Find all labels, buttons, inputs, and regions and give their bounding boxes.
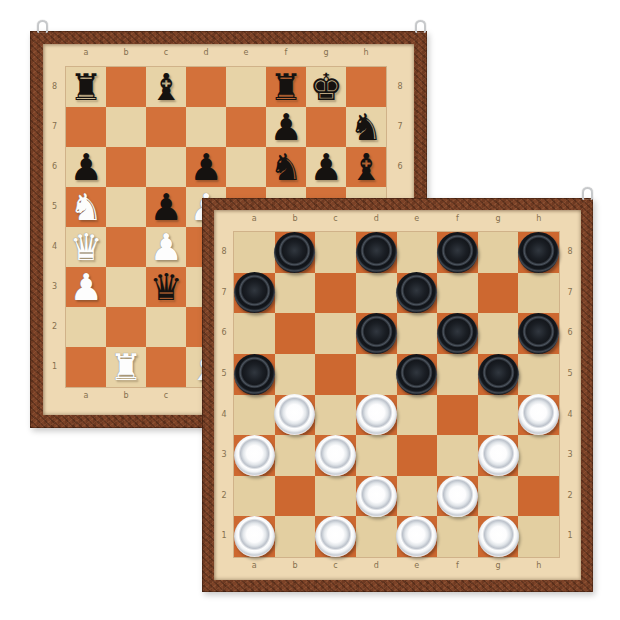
checker-black-man-h6[interactable] bbox=[518, 313, 559, 354]
checkers-file-label-bottom-f: f bbox=[437, 561, 478, 570]
chess-square-e6[interactable] bbox=[226, 147, 266, 187]
checkers-file-label-top-f: f bbox=[437, 214, 478, 223]
checkers-square-b1[interactable] bbox=[275, 516, 316, 557]
chess-square-g7[interactable] bbox=[306, 107, 346, 147]
chess-rank-label-left-2: 2 bbox=[43, 307, 66, 347]
chess-rank-label-left-6: 6 bbox=[43, 147, 66, 187]
chess-piece-black-pawn-g6[interactable]: ♟ bbox=[306, 147, 346, 187]
checkers-square-c4[interactable] bbox=[315, 395, 356, 436]
checker-black-man-g5[interactable] bbox=[478, 354, 519, 395]
checker-black-man-e5[interactable] bbox=[396, 354, 437, 395]
chess-square-c6[interactable] bbox=[146, 147, 186, 187]
checker-white-man-d4[interactable] bbox=[356, 394, 397, 435]
chess-rank-label-right-8: 8 bbox=[386, 67, 414, 107]
chess-file-label-top-g: g bbox=[306, 48, 346, 57]
chess-file-label-top-a: a bbox=[66, 48, 106, 57]
checker-black-man-a5[interactable] bbox=[234, 354, 275, 395]
checkers-square-a4[interactable] bbox=[234, 395, 275, 436]
checkers-square-b7[interactable] bbox=[275, 273, 316, 314]
checkers-square-c2[interactable] bbox=[315, 476, 356, 517]
chess-piece-white-pawn-a3[interactable]: ♟ bbox=[66, 267, 106, 307]
checkers-square-b5[interactable] bbox=[275, 354, 316, 395]
checker-black-man-f6[interactable] bbox=[437, 313, 478, 354]
chess-square-c2[interactable] bbox=[146, 307, 186, 347]
chess-piece-black-rook-a8[interactable]: ♜ bbox=[66, 67, 106, 107]
checkers-square-b3[interactable] bbox=[275, 435, 316, 476]
chess-rank-label-left-5: 5 bbox=[43, 187, 66, 227]
checkers-rank-label-right-2: 2 bbox=[559, 476, 581, 517]
checkers-square-h2[interactable] bbox=[518, 476, 559, 517]
checkers-square-b6[interactable] bbox=[275, 313, 316, 354]
checker-white-man-c1[interactable] bbox=[315, 516, 356, 557]
checkers-square-f7[interactable] bbox=[437, 273, 478, 314]
checkers-square-d5[interactable] bbox=[356, 354, 397, 395]
checker-white-man-g1[interactable] bbox=[478, 516, 519, 557]
checkers-file-label-bottom-c: c bbox=[315, 561, 356, 570]
hanger-hook-icon bbox=[415, 20, 426, 33]
checker-black-man-d6[interactable] bbox=[356, 313, 397, 354]
chess-piece-black-pawn-a6[interactable]: ♟ bbox=[66, 147, 106, 187]
checkers-square-e8[interactable] bbox=[397, 232, 438, 273]
checker-white-man-a1[interactable] bbox=[234, 516, 275, 557]
checkers-square-a6[interactable] bbox=[234, 313, 275, 354]
chess-piece-white-knight-a5[interactable]: ♞ bbox=[66, 187, 106, 227]
checker-white-man-a3[interactable] bbox=[234, 435, 275, 476]
checkers-rank-label-right-5: 5 bbox=[559, 354, 581, 395]
chess-rank-label-left-3: 3 bbox=[43, 267, 66, 307]
chess-piece-black-bishop-h6[interactable]: ♝ bbox=[346, 147, 386, 187]
chess-file-label-top-b: b bbox=[106, 48, 146, 57]
checker-white-man-g3[interactable] bbox=[478, 435, 519, 476]
checkers-square-d3[interactable] bbox=[356, 435, 397, 476]
checkers-square-f4[interactable] bbox=[437, 395, 478, 436]
chess-square-b8[interactable] bbox=[106, 67, 146, 107]
checkers-square-g6[interactable] bbox=[478, 313, 519, 354]
checkers-rank-label-left-1: 1 bbox=[214, 516, 234, 557]
checkers-square-h7[interactable] bbox=[518, 273, 559, 314]
checker-black-man-d8[interactable] bbox=[356, 232, 397, 273]
chess-piece-black-pawn-c5[interactable]: ♟ bbox=[146, 187, 186, 227]
hanger-hook-icon bbox=[37, 20, 48, 33]
checkers-rank-label-left-6: 6 bbox=[214, 313, 234, 354]
chess-piece-black-pawn-d6[interactable]: ♟ bbox=[186, 147, 226, 187]
chess-square-b2[interactable] bbox=[106, 307, 146, 347]
chess-square-b5[interactable] bbox=[106, 187, 146, 227]
checkers-square-d1[interactable] bbox=[356, 516, 397, 557]
checkers-rank-label-left-2: 2 bbox=[214, 476, 234, 517]
checkers-square-e3[interactable] bbox=[397, 435, 438, 476]
checkers-square-g2[interactable] bbox=[478, 476, 519, 517]
chess-square-b6[interactable] bbox=[106, 147, 146, 187]
checker-black-man-f8[interactable] bbox=[437, 232, 478, 273]
checkers-square-c7[interactable] bbox=[315, 273, 356, 314]
chess-square-a7[interactable] bbox=[66, 107, 106, 147]
chess-rank-label-right-6: 6 bbox=[386, 147, 414, 187]
checker-black-man-a7[interactable] bbox=[234, 272, 275, 313]
checkers-file-label-top-e: e bbox=[397, 214, 438, 223]
chess-square-a1[interactable] bbox=[66, 347, 106, 387]
chess-square-c7[interactable] bbox=[146, 107, 186, 147]
chess-square-h8[interactable] bbox=[346, 67, 386, 107]
checkers-square-f3[interactable] bbox=[437, 435, 478, 476]
chess-piece-black-queen-c3[interactable]: ♛ bbox=[146, 267, 186, 307]
checkers-rank-label-right-7: 7 bbox=[559, 273, 581, 314]
chess-file-label-top-e: e bbox=[226, 48, 266, 57]
checkers-file-label-bottom-a: a bbox=[234, 561, 275, 570]
checkers-file-label-top-b: b bbox=[275, 214, 316, 223]
checkers-rank-label-left-7: 7 bbox=[214, 273, 234, 314]
checkers-file-label-bottom-e: e bbox=[397, 561, 438, 570]
checkers-square-g7[interactable] bbox=[478, 273, 519, 314]
chess-piece-black-rook-f8[interactable]: ♜ bbox=[266, 67, 306, 107]
chess-rank-label-left-8: 8 bbox=[43, 67, 66, 107]
checkers-file-label-top-h: h bbox=[518, 214, 559, 223]
checkers-square-d7[interactable] bbox=[356, 273, 397, 314]
chess-file-label-bottom-a: a bbox=[66, 391, 106, 400]
checkers-file-label-bottom-d: d bbox=[356, 561, 397, 570]
chess-piece-white-rook-b1[interactable]: ♜ bbox=[106, 347, 146, 387]
checkers-demo-board: aa88bb77cc66dd55ee44ff33gg22hh11 bbox=[202, 198, 593, 592]
chess-rank-label-left-4: 4 bbox=[43, 227, 66, 267]
checkers-square-f1[interactable] bbox=[437, 516, 478, 557]
checkers-square-h5[interactable] bbox=[518, 354, 559, 395]
checker-white-man-c3[interactable] bbox=[315, 435, 356, 476]
chess-square-b4[interactable] bbox=[106, 227, 146, 267]
chess-piece-white-pawn-c4[interactable]: ♟ bbox=[146, 227, 186, 267]
checkers-square-e4[interactable] bbox=[397, 395, 438, 436]
chess-piece-black-knight-h7[interactable]: ♞ bbox=[346, 107, 386, 147]
checkers-square-h1[interactable] bbox=[518, 516, 559, 557]
checker-black-man-b8[interactable] bbox=[274, 232, 315, 273]
chess-square-e8[interactable] bbox=[226, 67, 266, 107]
chess-square-c1[interactable] bbox=[146, 347, 186, 387]
checkers-file-label-top-c: c bbox=[315, 214, 356, 223]
checkers-square-e6[interactable] bbox=[397, 313, 438, 354]
checkers-rank-label-left-4: 4 bbox=[214, 395, 234, 436]
chess-square-b7[interactable] bbox=[106, 107, 146, 147]
checkers-rank-label-right-8: 8 bbox=[559, 232, 581, 273]
checkers-square-a2[interactable] bbox=[234, 476, 275, 517]
hanger-hook-icon bbox=[582, 187, 593, 200]
chess-square-e7[interactable] bbox=[226, 107, 266, 147]
checkers-square-c8[interactable] bbox=[315, 232, 356, 273]
checkers-file-label-top-d: d bbox=[356, 214, 397, 223]
chess-rank-label-left-1: 1 bbox=[43, 347, 66, 387]
checkers-square-f5[interactable] bbox=[437, 354, 478, 395]
chess-file-label-top-f: f bbox=[266, 48, 306, 57]
chess-piece-white-queen-a4[interactable]: ♛ bbox=[66, 227, 106, 267]
chess-square-d8[interactable] bbox=[186, 67, 226, 107]
chess-rank-label-right-7: 7 bbox=[386, 107, 414, 147]
chess-rank-label-left-7: 7 bbox=[43, 107, 66, 147]
checkers-square-a8[interactable] bbox=[234, 232, 275, 273]
checkers-rank-label-left-3: 3 bbox=[214, 435, 234, 476]
checkers-rank-label-right-3: 3 bbox=[559, 435, 581, 476]
product-photo-stage: ♜♝♜♚♟♞♟♟♞♟♝♞♟♟♛♟♟♛♜♝ aa88bb77cc66dd55ee4… bbox=[0, 0, 620, 620]
chess-file-label-top-d: d bbox=[186, 48, 226, 57]
checkers-square-c5[interactable] bbox=[315, 354, 356, 395]
checkers-rank-label-left-8: 8 bbox=[214, 232, 234, 273]
checkers-file-label-top-a: a bbox=[234, 214, 275, 223]
checkers-rank-label-right-6: 6 bbox=[559, 313, 581, 354]
checkers-rank-label-right-1: 1 bbox=[559, 516, 581, 557]
chess-file-label-top-h: h bbox=[346, 48, 386, 57]
chess-square-d7[interactable] bbox=[186, 107, 226, 147]
checker-white-man-d2[interactable] bbox=[356, 476, 397, 517]
chess-square-b3[interactable] bbox=[106, 267, 146, 307]
chess-piece-black-knight-f6[interactable]: ♞ bbox=[266, 147, 306, 187]
checkers-file-label-top-g: g bbox=[478, 214, 519, 223]
checkers-file-label-bottom-b: b bbox=[275, 561, 316, 570]
checkers-rank-label-left-5: 5 bbox=[214, 354, 234, 395]
chess-file-label-top-c: c bbox=[146, 48, 186, 57]
checkers-file-label-bottom-g: g bbox=[478, 561, 519, 570]
checkers-rank-label-right-4: 4 bbox=[559, 395, 581, 436]
checkers-square-h3[interactable] bbox=[518, 435, 559, 476]
checkers-square-g8[interactable] bbox=[478, 232, 519, 273]
checkers-square-c6[interactable] bbox=[315, 313, 356, 354]
chess-file-label-bottom-b: b bbox=[106, 391, 146, 400]
chess-file-label-bottom-c: c bbox=[146, 391, 186, 400]
checker-black-man-h8[interactable] bbox=[518, 232, 559, 273]
checkers-square-g4[interactable] bbox=[478, 395, 519, 436]
chess-piece-black-bishop-c8[interactable]: ♝ bbox=[146, 67, 186, 107]
chess-square-a2[interactable] bbox=[66, 307, 106, 347]
checkers-playing-area bbox=[234, 232, 559, 557]
checkers-file-label-bottom-h: h bbox=[518, 561, 559, 570]
checkers-square-b2[interactable] bbox=[275, 476, 316, 517]
chess-piece-black-pawn-f7[interactable]: ♟ bbox=[266, 107, 306, 147]
checkers-square-e2[interactable] bbox=[397, 476, 438, 517]
chess-piece-black-king-g8[interactable]: ♚ bbox=[306, 67, 346, 107]
checker-white-man-f2[interactable] bbox=[437, 476, 478, 517]
checkers-board-margin: aa88bb77cc66dd55ee44ff33gg22hh11 bbox=[214, 210, 581, 580]
